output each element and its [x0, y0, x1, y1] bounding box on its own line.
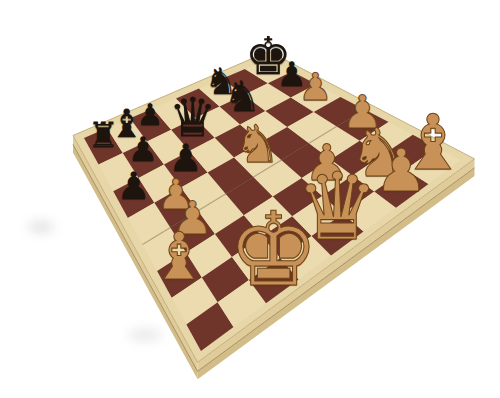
- piece-wB-a3: ♝: [150, 223, 208, 288]
- piece-bR-a8: ♜: [87, 118, 118, 153]
- piece-bP-a6: ♟: [117, 167, 151, 205]
- piece-wP-g1: ♟: [375, 142, 428, 201]
- piece-wK-c1: ♚: [228, 200, 319, 302]
- piece-bP-b7: ♟: [128, 132, 158, 166]
- piece-bN-f7: ♞: [223, 76, 261, 118]
- piece-wP-h6: ♟: [298, 68, 332, 106]
- piece-wN-e5: ♞: [234, 118, 281, 170]
- photo-stage: ♚♟♞♟♞♟♟♛♝♜♟♞♝♟♞♟♟♟♟♟♛♝♚: [0, 0, 500, 398]
